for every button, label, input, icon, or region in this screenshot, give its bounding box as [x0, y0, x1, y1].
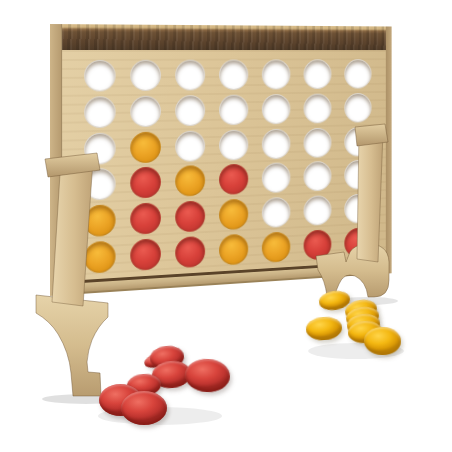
loose-yellow-disc[interactable]: [364, 326, 402, 355]
yellow-pile: [0, 0, 452, 452]
loose-yellow-disc[interactable]: [305, 316, 343, 341]
connect-four-product-photo: [0, 0, 452, 452]
